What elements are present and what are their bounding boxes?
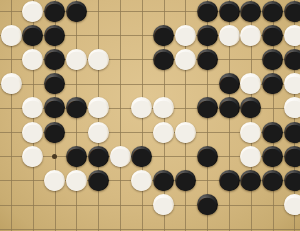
white-stone: ● (240, 73, 261, 94)
black-stone: ● (44, 97, 65, 118)
black-stone: ● (44, 73, 65, 94)
black-stone: ● (240, 1, 261, 22)
white-stone: ● (153, 194, 174, 215)
black-stone: ● (284, 170, 300, 191)
black-stone: ● (262, 49, 283, 70)
black-stone: ● (262, 25, 283, 46)
star-point (52, 154, 57, 159)
black-stone: ● (44, 49, 65, 70)
white-stone: ● (22, 122, 43, 143)
go-board[interactable]: ●●●●●●●●●●●●●●●●●●●●●●●●●●●●●●●●●●●●●●●●… (0, 0, 300, 231)
white-stone: ● (153, 122, 174, 143)
white-stone: ● (1, 73, 22, 94)
black-stone: ● (197, 1, 218, 22)
white-stone: ● (175, 49, 196, 70)
black-stone: ● (66, 146, 87, 167)
white-stone: ● (240, 122, 261, 143)
white-stone: ● (284, 73, 300, 94)
white-stone: ● (22, 97, 43, 118)
black-stone: ● (219, 170, 240, 191)
black-stone: ● (262, 170, 283, 191)
white-stone: ● (240, 25, 261, 46)
black-stone: ● (153, 170, 174, 191)
black-stone: ● (44, 1, 65, 22)
white-stone: ● (22, 1, 43, 22)
black-stone: ● (240, 170, 261, 191)
white-stone: ● (22, 146, 43, 167)
black-stone: ● (262, 1, 283, 22)
black-stone: ● (219, 73, 240, 94)
white-stone: ● (88, 97, 109, 118)
white-stone: ● (284, 25, 300, 46)
black-stone: ● (284, 1, 300, 22)
black-stone: ● (197, 25, 218, 46)
black-stone: ● (219, 1, 240, 22)
black-stone: ● (219, 97, 240, 118)
white-stone: ● (240, 146, 261, 167)
white-stone: ● (284, 97, 300, 118)
black-stone: ● (88, 170, 109, 191)
black-stone: ● (66, 97, 87, 118)
black-stone: ● (262, 73, 283, 94)
black-stone: ● (284, 49, 300, 70)
black-stone: ● (22, 25, 43, 46)
black-stone: ● (88, 146, 109, 167)
grid-line-horizontal (0, 229, 300, 230)
black-stone: ● (284, 146, 300, 167)
black-stone: ● (175, 170, 196, 191)
black-stone: ● (153, 49, 174, 70)
white-stone: ● (131, 97, 152, 118)
white-stone: ● (175, 122, 196, 143)
black-stone: ● (284, 122, 300, 143)
white-stone: ● (110, 146, 131, 167)
white-stone: ● (153, 97, 174, 118)
white-stone: ● (1, 25, 22, 46)
white-stone: ● (88, 49, 109, 70)
black-stone: ● (197, 194, 218, 215)
black-stone: ● (131, 146, 152, 167)
white-stone: ● (88, 122, 109, 143)
white-stone: ● (66, 170, 87, 191)
black-stone: ● (240, 97, 261, 118)
black-stone: ● (197, 49, 218, 70)
black-stone: ● (44, 122, 65, 143)
white-stone: ● (66, 49, 87, 70)
black-stone: ● (66, 1, 87, 22)
black-stone: ● (197, 146, 218, 167)
black-stone: ● (197, 97, 218, 118)
black-stone: ● (262, 122, 283, 143)
black-stone: ● (153, 25, 174, 46)
white-stone: ● (131, 170, 152, 191)
black-stone: ● (44, 25, 65, 46)
white-stone: ● (44, 170, 65, 191)
white-stone: ● (175, 25, 196, 46)
white-stone: ● (22, 49, 43, 70)
white-stone: ● (219, 25, 240, 46)
black-stone: ● (262, 146, 283, 167)
grid-line-horizontal (0, 205, 300, 206)
white-stone: ● (284, 194, 300, 215)
